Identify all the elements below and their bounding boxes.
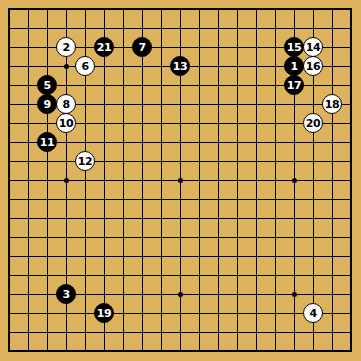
stone-black-3: 3 xyxy=(56,284,76,304)
stone-white-6: 6 xyxy=(75,56,95,76)
stone-black-19: 19 xyxy=(94,303,114,323)
stone-white-20: 20 xyxy=(303,113,323,133)
move-number-label: 15 xyxy=(287,42,301,53)
star-point xyxy=(178,178,183,183)
move-number-label: 7 xyxy=(138,42,145,53)
move-number-label: 11 xyxy=(40,137,54,148)
move-number-label: 14 xyxy=(306,42,320,53)
star-point xyxy=(178,292,183,297)
move-number-label: 2 xyxy=(62,42,69,53)
stone-black-5: 5 xyxy=(37,75,57,95)
move-number-label: 8 xyxy=(62,99,69,110)
stone-white-16: 16 xyxy=(303,56,323,76)
star-point xyxy=(292,178,297,183)
star-point xyxy=(64,178,69,183)
star-point xyxy=(292,292,297,297)
stone-white-14: 14 xyxy=(303,37,323,57)
stone-black-11: 11 xyxy=(37,132,57,152)
stone-black-9: 9 xyxy=(37,94,57,114)
stone-black-13: 13 xyxy=(170,56,190,76)
move-number-label: 10 xyxy=(59,118,73,129)
stone-white-18: 18 xyxy=(322,94,342,114)
move-number-label: 5 xyxy=(43,80,50,91)
move-number-label: 19 xyxy=(97,308,111,319)
move-number-label: 16 xyxy=(306,61,320,72)
move-number-label: 20 xyxy=(306,118,320,129)
move-number-label: 17 xyxy=(287,80,301,91)
stone-white-10: 10 xyxy=(56,113,76,133)
go-board[interactable]: 123456789101112131415161718192021 xyxy=(0,0,361,361)
move-number-label: 6 xyxy=(81,61,88,72)
stone-black-17: 17 xyxy=(284,75,304,95)
move-number-label: 18 xyxy=(325,99,339,110)
move-number-label: 13 xyxy=(173,61,187,72)
stone-black-21: 21 xyxy=(94,37,114,57)
move-number-label: 1 xyxy=(290,61,297,72)
go-board-diagram: 123456789101112131415161718192021 xyxy=(0,0,361,361)
stone-white-12: 12 xyxy=(75,151,95,171)
move-number-label: 21 xyxy=(97,42,111,53)
stone-white-2: 2 xyxy=(56,37,76,57)
move-number-label: 12 xyxy=(78,156,92,167)
move-number-label: 4 xyxy=(309,308,316,319)
star-point xyxy=(64,64,69,69)
stone-white-4: 4 xyxy=(303,303,323,323)
stone-black-7: 7 xyxy=(132,37,152,57)
move-number-label: 3 xyxy=(62,289,69,300)
move-number-label: 9 xyxy=(43,99,50,110)
stone-black-15: 15 xyxy=(284,37,304,57)
stone-white-8: 8 xyxy=(56,94,76,114)
stone-black-1: 1 xyxy=(284,56,304,76)
